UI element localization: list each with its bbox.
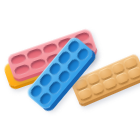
mold-bump [103,77,117,90]
mold-bump [90,82,104,95]
mold-bump [78,87,92,100]
ice-cavity [14,63,31,76]
mold-bump [115,71,129,84]
mold-bump [128,66,140,79]
product-photo [0,0,140,140]
